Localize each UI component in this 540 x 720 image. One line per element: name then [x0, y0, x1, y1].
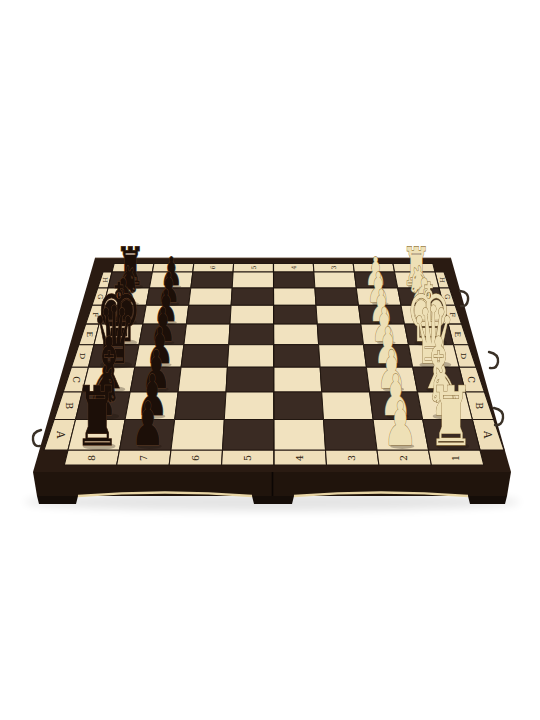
square-e4: [274, 324, 319, 345]
square-h5: [232, 272, 273, 288]
square-a4: [274, 420, 326, 451]
square-c5: [226, 367, 274, 392]
square-b3: [322, 392, 373, 420]
square-h6: [191, 272, 233, 288]
rank-label-far-3: 3: [330, 266, 337, 270]
rank-label-near-5: 5: [242, 455, 253, 461]
square-g4: [274, 288, 317, 305]
square-b4: [274, 392, 324, 420]
clasp-hook-left: [33, 430, 41, 446]
square-c3: [320, 367, 370, 392]
file-label-left-A: A: [55, 430, 66, 439]
square-e3: [317, 324, 363, 345]
rank-label-far-6: 6: [209, 266, 216, 270]
square-h3: [314, 272, 356, 288]
square-a6: [171, 420, 224, 451]
square-d4: [274, 345, 320, 368]
square-d3: [319, 345, 367, 368]
square-h4: [274, 272, 315, 288]
rank-label-near-3: 3: [346, 455, 357, 461]
file-label-right-B: B: [474, 402, 485, 409]
chess-board: 8877665544332211HHGGFFEEDDCCBBAA♜♟♟♜♞♟♟♞…: [0, 0, 540, 720]
square-e6: [184, 324, 230, 345]
file-label-right-A: A: [482, 430, 493, 439]
piece-white-pawn-a2: ♟: [383, 388, 417, 459]
clasp-hook-right-2: [489, 352, 498, 368]
fold-seam-top: [273, 264, 274, 466]
piece-black-rook-a8: ♜: [74, 369, 119, 464]
file-label-left-B: B: [64, 402, 75, 409]
square-c6: [178, 367, 227, 392]
square-g3: [315, 288, 359, 305]
square-f6: [186, 305, 231, 324]
square-e5: [229, 324, 274, 345]
rank-label-far-4: 4: [290, 266, 297, 270]
piece-white-rook-a1: ♜: [428, 369, 473, 464]
rank-label-far-5: 5: [250, 266, 257, 270]
square-g6: [189, 288, 233, 305]
square-g5: [231, 288, 274, 305]
square-b5: [224, 392, 274, 420]
square-d6: [181, 345, 229, 368]
square-d5: [227, 345, 273, 368]
chess-set-photo: 8877665544332211HHGGFFEEDDCCBBAA♜♟♟♜♞♟♟♞…: [0, 0, 540, 720]
square-a3: [324, 420, 378, 451]
rank-label-near-6: 6: [190, 455, 201, 461]
rank-label-near-4: 4: [294, 455, 305, 461]
square-f4: [274, 305, 318, 324]
square-a5: [223, 420, 275, 451]
square-c4: [274, 367, 322, 392]
square-b6: [175, 392, 226, 420]
piece-black-pawn-a7: ♟: [131, 388, 165, 459]
board-foot: [37, 496, 78, 504]
board-foot: [468, 496, 507, 504]
board-foot: [252, 496, 294, 504]
square-f5: [230, 305, 274, 324]
square-f3: [316, 305, 361, 324]
